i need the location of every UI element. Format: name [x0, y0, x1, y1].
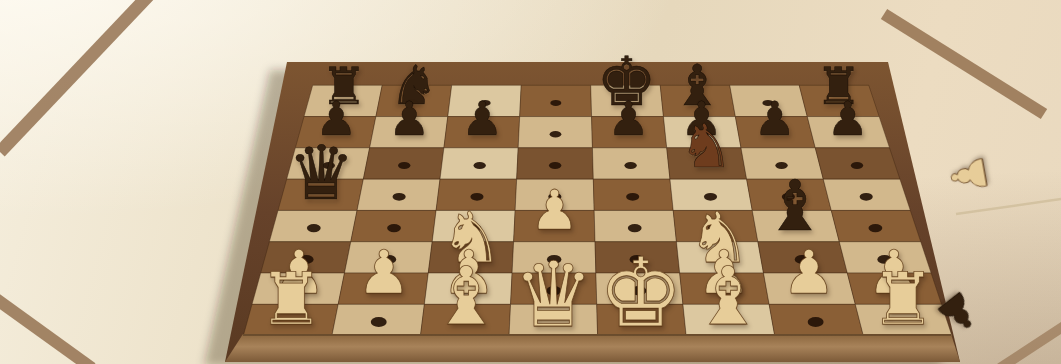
- peg-hole-b1: [371, 317, 387, 327]
- piece-black-pawn-e7[interactable]: ♟: [605, 96, 652, 143]
- peg-hole-h6: [851, 162, 863, 169]
- piece-white-bishop-f1[interactable]: ♝: [688, 257, 768, 337]
- peg-hole-c6: [473, 162, 485, 169]
- peg-hole-d8: [550, 100, 561, 106]
- piece-black-pawn-c7[interactable]: ♟: [459, 96, 506, 143]
- peg-hole-h4: [869, 224, 883, 232]
- peg-hole-d7: [550, 131, 562, 138]
- peg-hole-b4: [387, 224, 401, 232]
- peg-hole-e6: [624, 162, 636, 169]
- piece-black-queen-a5[interactable]: ♛: [284, 136, 359, 211]
- piece-white-rook-a1[interactable]: ♜: [255, 263, 328, 336]
- peg-hole-e5: [626, 193, 639, 201]
- piece-black-pawn-h7[interactable]: ♟: [824, 96, 871, 143]
- piece-black-pawn-b7[interactable]: ♟: [386, 96, 433, 143]
- peg-hole-e4: [628, 224, 642, 232]
- piece-white-rook-h1[interactable]: ♜: [867, 263, 940, 336]
- piece-white-pawn-g2[interactable]: ♟: [779, 242, 839, 302]
- peg-hole-a4: [307, 224, 321, 232]
- peg-hole-b6: [398, 162, 410, 169]
- peg-hole-b5: [393, 193, 406, 201]
- piece-white-king-e1[interactable]: ♚: [593, 246, 689, 342]
- table-seam: [956, 199, 1061, 214]
- piece-black-pawn-g7[interactable]: ♟: [751, 96, 798, 143]
- table-inlay-strip: [0, 296, 92, 364]
- piece-white-queen-d1[interactable]: ♛: [508, 250, 598, 340]
- table-surface: ♜♞♚♝♜♟♟♟♟♟♟♟♞♛♟♝♞♞♟♟♟♟♟♟♜♝♛♚♝♜♟♟: [0, 0, 1061, 364]
- table-inlay-strip: [884, 14, 1044, 114]
- piece-white-pawn-b2[interactable]: ♟: [354, 242, 414, 302]
- peg-hole-d6: [549, 162, 561, 169]
- captured-white-pawn[interactable]: ♟: [942, 151, 994, 200]
- piece-white-pawn-d4[interactable]: ♟: [527, 183, 582, 238]
- piece-white-bishop-c1[interactable]: ♝: [426, 257, 506, 337]
- table-inlay-strip: [1000, 326, 1061, 364]
- table-inlay-strip: [0, 0, 150, 152]
- peg-hole-g1: [808, 317, 824, 327]
- peg-hole-h5: [860, 193, 873, 201]
- piece-black-bishop-g4[interactable]: ♝: [760, 171, 830, 241]
- piece-black-knight-f6[interactable]: ♞: [676, 116, 736, 176]
